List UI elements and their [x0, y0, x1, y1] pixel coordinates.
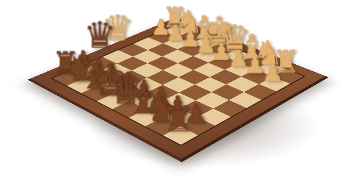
black-rook-a8[interactable]: ♜	[162, 101, 194, 136]
square-f3[interactable]	[163, 50, 193, 63]
square-c3[interactable]	[210, 70, 241, 85]
white-pawn-a2[interactable]: ♟	[262, 60, 284, 85]
chess-set-photo: ♜♞♝♚♛♝♞♜♟♟♟♟♟♟♟♟♟♟♟♟♟♟♟♟♜♞♝♚♛♝♞♜ ♛♛	[0, 0, 350, 182]
square-a8[interactable]: ♜	[163, 126, 198, 145]
